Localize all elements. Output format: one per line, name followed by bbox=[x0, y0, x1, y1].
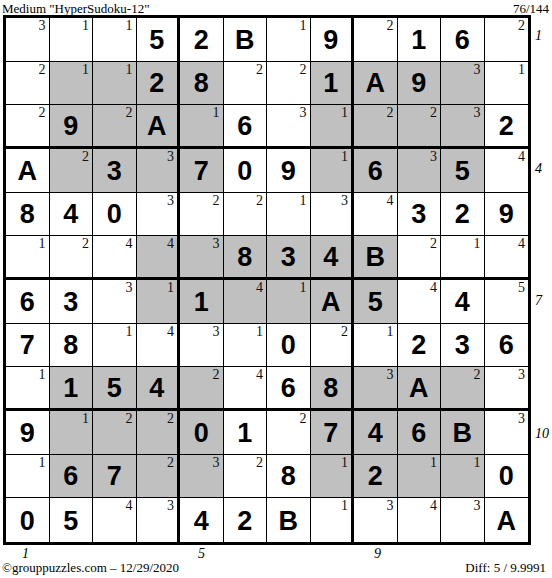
pencil-mark: 4 bbox=[167, 236, 174, 251]
given-value: A bbox=[354, 62, 397, 105]
given-value: 6 bbox=[485, 324, 529, 367]
given-value: 6 bbox=[6, 280, 49, 323]
pencil-mark: 1 bbox=[341, 105, 348, 120]
cell-r2c2[interactable]: 1 bbox=[50, 62, 94, 106]
cell-r10c3[interactable]: 2 bbox=[93, 411, 137, 455]
given-value: 9 bbox=[311, 18, 352, 61]
given-value: 8 bbox=[224, 236, 267, 277]
cell-r1c8[interactable]: 9 bbox=[311, 18, 355, 62]
pencil-mark: 1 bbox=[126, 18, 133, 33]
cell-r10c6[interactable]: 1 bbox=[224, 411, 268, 455]
cell-r6c10[interactable]: 2 bbox=[398, 236, 442, 280]
given-value: 4 bbox=[311, 236, 352, 277]
pencil-mark: 3 bbox=[167, 498, 174, 513]
pencil-mark: 3 bbox=[430, 149, 437, 164]
pencil-mark: 1 bbox=[300, 280, 307, 295]
cell-r5c5[interactable]: 2 bbox=[180, 193, 224, 237]
given-value: 4 bbox=[354, 411, 397, 454]
pencil-mark: 2 bbox=[39, 105, 46, 120]
row-label-7: 7 bbox=[535, 294, 542, 308]
cell-r1c11[interactable]: 6 bbox=[441, 18, 485, 62]
pencil-mark: 3 bbox=[213, 324, 220, 339]
cell-r7c10[interactable]: 4 bbox=[398, 280, 442, 324]
pencil-mark: 4 bbox=[518, 149, 525, 164]
cell-r6c12[interactable]: 4 bbox=[485, 236, 529, 280]
given-value: 3 bbox=[93, 149, 136, 192]
cell-r12c12[interactable]: A bbox=[485, 498, 529, 542]
cell-r7c12[interactable]: 5 bbox=[485, 280, 529, 324]
cell-r11c2[interactable]: 6 bbox=[50, 455, 94, 499]
given-value: 2 bbox=[137, 62, 178, 105]
pencil-mark: 1 bbox=[126, 324, 133, 339]
cell-r12c10[interactable]: 4 bbox=[398, 498, 442, 542]
cell-r1c4[interactable]: 5 bbox=[137, 18, 181, 62]
difficulty-text: Diff: 5 / 9.9991 bbox=[465, 560, 546, 576]
pencil-mark: 3 bbox=[474, 105, 481, 120]
cell-r9c3[interactable]: 5 bbox=[93, 367, 137, 411]
cell-r8c6[interactable]: 1 bbox=[224, 324, 268, 368]
given-value: 9 bbox=[6, 411, 49, 454]
given-value: 8 bbox=[50, 324, 93, 367]
pencil-mark: 1 bbox=[39, 367, 46, 382]
given-value: 0 bbox=[485, 455, 529, 498]
cell-r3c8[interactable]: 1 bbox=[311, 105, 355, 149]
given-value: 5 bbox=[354, 280, 397, 323]
cell-r11c8[interactable]: 1 bbox=[311, 455, 355, 499]
cell-r10c7[interactable]: 2 bbox=[267, 411, 311, 455]
cell-r10c9[interactable]: 4 bbox=[354, 411, 398, 455]
cell-r2c5[interactable]: 8 bbox=[180, 62, 224, 106]
given-value: 6 bbox=[398, 411, 441, 454]
given-value: 7 bbox=[93, 455, 136, 498]
given-value: 4 bbox=[180, 498, 223, 542]
given-value: 5 bbox=[93, 367, 136, 408]
pencil-mark: 1 bbox=[341, 455, 348, 470]
cell-r7c5[interactable]: 1 bbox=[180, 280, 224, 324]
cell-r12c5[interactable]: 4 bbox=[180, 498, 224, 542]
cell-r3c6[interactable]: 6 bbox=[224, 105, 268, 149]
cell-r2c7[interactable]: 2 bbox=[267, 62, 311, 106]
row-label-4: 4 bbox=[535, 162, 542, 176]
given-value: A bbox=[137, 105, 178, 146]
given-value: 9 bbox=[398, 62, 441, 105]
cell-r12c6[interactable]: 2 bbox=[224, 498, 268, 542]
given-value: B bbox=[354, 236, 397, 277]
given-value: 6 bbox=[267, 367, 310, 408]
row-label-1: 1 bbox=[535, 29, 542, 43]
pencil-mark: 2 bbox=[430, 105, 437, 120]
cell-r4c9[interactable]: 6 bbox=[354, 149, 398, 193]
pencil-mark: 1 bbox=[387, 324, 394, 339]
cell-r3c7[interactable]: 3 bbox=[267, 105, 311, 149]
pencil-mark: 1 bbox=[213, 105, 220, 120]
cell-r2c11[interactable]: 3 bbox=[441, 62, 485, 106]
cell-r5c4[interactable]: 3 bbox=[137, 193, 181, 237]
cell-r9c7[interactable]: 6 bbox=[267, 367, 311, 411]
row-label-10: 10 bbox=[535, 427, 549, 441]
given-value: 3 bbox=[441, 324, 484, 367]
cell-r11c12[interactable]: 0 bbox=[485, 455, 529, 499]
cell-r5c9[interactable]: 4 bbox=[354, 193, 398, 237]
cell-r5c12[interactable]: 9 bbox=[485, 193, 529, 237]
cell-r9c2[interactable]: 1 bbox=[50, 367, 94, 411]
cell-r4c3[interactable]: 3 bbox=[93, 149, 137, 193]
given-value: 2 bbox=[398, 324, 441, 367]
cell-r8c11[interactable]: 3 bbox=[441, 324, 485, 368]
pencil-mark: 4 bbox=[256, 367, 263, 382]
cell-r8c4[interactable]: 4 bbox=[137, 324, 181, 368]
cell-r8c9[interactable]: 1 bbox=[354, 324, 398, 368]
cell-r7c2[interactable]: 3 bbox=[50, 280, 94, 324]
cell-r12c2[interactable]: 5 bbox=[50, 498, 94, 542]
cell-r8c5[interactable]: 3 bbox=[180, 324, 224, 368]
cell-r1c3[interactable]: 1 bbox=[93, 18, 137, 62]
cell-r11c5[interactable]: 3 bbox=[180, 455, 224, 499]
pencil-mark: 2 bbox=[167, 455, 174, 470]
cell-r4c1[interactable]: A bbox=[6, 149, 50, 193]
cell-r3c11[interactable]: 3 bbox=[441, 105, 485, 149]
cell-r9c5[interactable]: 2 bbox=[180, 367, 224, 411]
given-value: A bbox=[311, 280, 352, 323]
pencil-mark: 3 bbox=[474, 62, 481, 77]
cell-r10c5[interactable]: 0 bbox=[180, 411, 224, 455]
cell-r8c2[interactable]: 8 bbox=[50, 324, 94, 368]
given-value: 7 bbox=[6, 324, 49, 367]
cell-r10c11[interactable]: B bbox=[441, 411, 485, 455]
pencil-mark: 1 bbox=[300, 193, 307, 208]
given-value: 0 bbox=[180, 411, 223, 454]
cell-r9c8[interactable]: 8 bbox=[311, 367, 355, 411]
cell-r2c9[interactable]: A bbox=[354, 62, 398, 106]
pencil-mark: 1 bbox=[39, 236, 46, 251]
cell-r3c9[interactable]: 2 bbox=[354, 105, 398, 149]
cell-r1c10[interactable]: 1 bbox=[398, 18, 442, 62]
given-value: 2 bbox=[485, 105, 529, 146]
cell-r3c4[interactable]: A bbox=[137, 105, 181, 149]
given-value: B bbox=[224, 18, 267, 61]
pencil-mark: 5 bbox=[518, 280, 525, 295]
cell-r10c1[interactable]: 9 bbox=[6, 411, 50, 455]
pencil-mark: 2 bbox=[256, 193, 263, 208]
cell-r10c12[interactable]: 3 bbox=[485, 411, 529, 455]
given-value: 3 bbox=[50, 280, 93, 323]
cell-r11c7[interactable]: 8 bbox=[267, 455, 311, 499]
cell-r4c4[interactable]: 3 bbox=[137, 149, 181, 193]
pencil-mark: 3 bbox=[39, 18, 46, 33]
pencil-mark: 1 bbox=[474, 455, 481, 470]
cell-r5c8[interactable]: 3 bbox=[311, 193, 355, 237]
pencil-mark: 2 bbox=[341, 324, 348, 339]
cell-r5c6[interactable]: 2 bbox=[224, 193, 268, 237]
pencil-mark: 4 bbox=[126, 236, 133, 251]
puzzle-page: Medium "HyperSudoku-12" 76/144 31152B192… bbox=[0, 0, 552, 578]
cell-r7c7[interactable]: 1 bbox=[267, 280, 311, 324]
cell-r5c1[interactable]: 8 bbox=[6, 193, 50, 237]
given-value: 1 bbox=[50, 367, 93, 408]
cell-r9c12[interactable]: 3 bbox=[485, 367, 529, 411]
pencil-mark: 2 bbox=[213, 193, 220, 208]
cell-r2c6[interactable]: 2 bbox=[224, 62, 268, 106]
pencil-mark: 2 bbox=[126, 411, 133, 426]
given-value: 8 bbox=[6, 193, 49, 236]
cell-r2c12[interactable]: 1 bbox=[485, 62, 529, 106]
cell-r9c11[interactable]: 2 bbox=[441, 367, 485, 411]
cell-r4c11[interactable]: 5 bbox=[441, 149, 485, 193]
given-value: 8 bbox=[311, 367, 352, 408]
cell-r6c8[interactable]: 4 bbox=[311, 236, 355, 280]
cell-r2c1[interactable]: 2 bbox=[6, 62, 50, 106]
given-value: 3 bbox=[398, 193, 441, 236]
cell-r2c3[interactable]: 1 bbox=[93, 62, 137, 106]
cell-r7c6[interactable]: 4 bbox=[224, 280, 268, 324]
given-value: 1 bbox=[224, 411, 267, 454]
pencil-mark: 1 bbox=[518, 62, 525, 77]
cell-r12c8[interactable]: 1 bbox=[311, 498, 355, 542]
cell-r8c1[interactable]: 7 bbox=[6, 324, 50, 368]
pencil-mark: 3 bbox=[518, 411, 525, 426]
cell-r4c7[interactable]: 9 bbox=[267, 149, 311, 193]
given-value: 0 bbox=[224, 149, 267, 192]
cell-r8c12[interactable]: 6 bbox=[485, 324, 529, 368]
pencil-mark: 2 bbox=[256, 62, 263, 77]
cell-r1c5[interactable]: 2 bbox=[180, 18, 224, 62]
cell-r1c7[interactable]: 1 bbox=[267, 18, 311, 62]
pencil-mark: 1 bbox=[167, 280, 174, 295]
pencil-mark: 2 bbox=[387, 105, 394, 120]
pencil-mark: 3 bbox=[213, 455, 220, 470]
pencil-mark: 2 bbox=[300, 411, 307, 426]
cell-r11c4[interactable]: 2 bbox=[137, 455, 181, 499]
pencil-mark: 3 bbox=[474, 498, 481, 513]
cell-r11c10[interactable]: 1 bbox=[398, 455, 442, 499]
cell-r1c2[interactable]: 1 bbox=[50, 18, 94, 62]
cell-r6c9[interactable]: B bbox=[354, 236, 398, 280]
pencil-mark: 3 bbox=[518, 367, 525, 382]
pencil-mark: 3 bbox=[387, 367, 394, 382]
pencil-mark: 2 bbox=[256, 455, 263, 470]
pencil-mark: 1 bbox=[474, 236, 481, 251]
pencil-mark: 4 bbox=[518, 236, 525, 251]
cell-r11c3[interactable]: 7 bbox=[93, 455, 137, 499]
given-value: 8 bbox=[267, 455, 310, 498]
pencil-mark: 1 bbox=[126, 62, 133, 77]
pencil-mark: 4 bbox=[430, 498, 437, 513]
pencil-mark: 1 bbox=[39, 455, 46, 470]
pencil-mark: 4 bbox=[387, 193, 394, 208]
given-value: 5 bbox=[137, 18, 178, 61]
given-value: 6 bbox=[224, 105, 267, 146]
given-value: 2 bbox=[441, 193, 484, 236]
given-value: 0 bbox=[267, 324, 310, 367]
pencil-mark: 1 bbox=[256, 324, 263, 339]
cell-r7c4[interactable]: 1 bbox=[137, 280, 181, 324]
pencil-mark: 1 bbox=[341, 498, 348, 513]
cell-r9c1[interactable]: 1 bbox=[6, 367, 50, 411]
cell-r4c10[interactable]: 3 bbox=[398, 149, 442, 193]
given-value: A bbox=[6, 149, 49, 192]
cell-r3c10[interactable]: 2 bbox=[398, 105, 442, 149]
cell-r2c10[interactable]: 9 bbox=[398, 62, 442, 106]
given-value: 1 bbox=[311, 62, 352, 105]
cell-r10c8[interactable]: 7 bbox=[311, 411, 355, 455]
given-value: 7 bbox=[311, 411, 352, 454]
cell-r6c2[interactable]: 2 bbox=[50, 236, 94, 280]
cell-r10c2[interactable]: 1 bbox=[50, 411, 94, 455]
cell-r3c3[interactable]: 2 bbox=[93, 105, 137, 149]
cell-r1c6[interactable]: B bbox=[224, 18, 268, 62]
given-value: 2 bbox=[354, 455, 397, 498]
given-value: B bbox=[441, 411, 484, 454]
pencil-mark: 3 bbox=[387, 498, 394, 513]
cell-r1c12[interactable]: 2 bbox=[485, 18, 529, 62]
cell-r4c5[interactable]: 7 bbox=[180, 149, 224, 193]
pencil-mark: 2 bbox=[82, 236, 89, 251]
given-value: 7 bbox=[180, 149, 223, 192]
cell-r12c4[interactable]: 3 bbox=[137, 498, 181, 542]
cell-r6c1[interactable]: 1 bbox=[6, 236, 50, 280]
cell-r8c8[interactable]: 2 bbox=[311, 324, 355, 368]
pencil-mark: 1 bbox=[82, 62, 89, 77]
cell-r9c6[interactable]: 4 bbox=[224, 367, 268, 411]
cell-r6c3[interactable]: 4 bbox=[93, 236, 137, 280]
cell-r1c1[interactable]: 3 bbox=[6, 18, 50, 62]
col-label-9: 9 bbox=[374, 547, 381, 561]
cell-r4c12[interactable]: 4 bbox=[485, 149, 529, 193]
pencil-mark: 1 bbox=[430, 455, 437, 470]
given-value: 9 bbox=[267, 149, 310, 192]
given-value: 9 bbox=[485, 193, 529, 236]
given-value: 2 bbox=[180, 18, 223, 61]
cell-r10c4[interactable]: 2 bbox=[137, 411, 181, 455]
cell-r11c1[interactable]: 1 bbox=[6, 455, 50, 499]
cell-r1c9[interactable]: 2 bbox=[354, 18, 398, 62]
given-value: 4 bbox=[441, 280, 484, 323]
pencil-mark: 3 bbox=[213, 236, 220, 251]
cell-r11c9[interactable]: 2 bbox=[354, 455, 398, 499]
cell-r5c7[interactable]: 1 bbox=[267, 193, 311, 237]
pencil-mark: 2 bbox=[430, 236, 437, 251]
cell-r6c4[interactable]: 4 bbox=[137, 236, 181, 280]
pencil-mark: 2 bbox=[126, 105, 133, 120]
pencil-mark: 2 bbox=[387, 18, 394, 33]
cell-r12c1[interactable]: 0 bbox=[6, 498, 50, 542]
cell-r12c11[interactable]: 3 bbox=[441, 498, 485, 542]
sudoku-board: 31152B19216221128221A931292A16312232A233… bbox=[3, 15, 531, 545]
cell-r7c8[interactable]: A bbox=[311, 280, 355, 324]
col-label-1: 1 bbox=[22, 547, 29, 561]
cell-r6c11[interactable]: 1 bbox=[441, 236, 485, 280]
cell-r8c10[interactable]: 2 bbox=[398, 324, 442, 368]
cell-r9c10[interactable]: A bbox=[398, 367, 442, 411]
pencil-mark: 3 bbox=[300, 105, 307, 120]
cell-r2c4[interactable]: 2 bbox=[137, 62, 181, 106]
given-value: 1 bbox=[398, 18, 441, 61]
pencil-mark: 1 bbox=[82, 18, 89, 33]
given-value: 6 bbox=[50, 455, 93, 498]
given-value: B bbox=[267, 498, 310, 542]
pencil-mark: 3 bbox=[126, 280, 133, 295]
col-label-5: 5 bbox=[198, 547, 205, 561]
pencil-mark: 3 bbox=[341, 193, 348, 208]
cell-r10c10[interactable]: 6 bbox=[398, 411, 442, 455]
given-value: 2 bbox=[224, 498, 267, 542]
pencil-mark: 2 bbox=[300, 62, 307, 77]
given-value: 5 bbox=[50, 498, 93, 542]
pencil-mark: 2 bbox=[167, 411, 174, 426]
pencil-mark: 2 bbox=[474, 367, 481, 382]
given-value: 3 bbox=[267, 236, 310, 277]
cell-r7c9[interactable]: 5 bbox=[354, 280, 398, 324]
cell-r12c3[interactable]: 4 bbox=[93, 498, 137, 542]
given-value: A bbox=[398, 367, 441, 408]
pencil-mark: 1 bbox=[300, 18, 307, 33]
pencil-mark: 2 bbox=[213, 367, 220, 382]
cell-r11c6[interactable]: 2 bbox=[224, 455, 268, 499]
cell-r7c3[interactable]: 3 bbox=[93, 280, 137, 324]
pencil-mark: 4 bbox=[256, 280, 263, 295]
given-value: 4 bbox=[50, 193, 93, 236]
copyright-text: ©grouppuzzles.com – 12/29/2020 bbox=[2, 560, 179, 576]
given-value: 6 bbox=[354, 149, 397, 192]
given-value: 0 bbox=[6, 498, 49, 542]
cell-r12c9[interactable]: 3 bbox=[354, 498, 398, 542]
cell-r6c7[interactable]: 3 bbox=[267, 236, 311, 280]
given-value: 0 bbox=[93, 193, 136, 236]
pencil-mark: 2 bbox=[518, 18, 525, 33]
pencil-mark: 4 bbox=[126, 498, 133, 513]
cell-r4c8[interactable]: 1 bbox=[311, 149, 355, 193]
cell-r3c12[interactable]: 2 bbox=[485, 105, 529, 149]
cell-r9c9[interactable]: 3 bbox=[354, 367, 398, 411]
cell-r3c1[interactable]: 2 bbox=[6, 105, 50, 149]
cell-r8c7[interactable]: 0 bbox=[267, 324, 311, 368]
pencil-mark: 1 bbox=[82, 411, 89, 426]
given-value: 4 bbox=[137, 367, 178, 408]
given-value: 6 bbox=[441, 18, 484, 61]
pencil-mark: 4 bbox=[167, 324, 174, 339]
cell-r6c5[interactable]: 3 bbox=[180, 236, 224, 280]
cell-r7c1[interactable]: 6 bbox=[6, 280, 50, 324]
cell-r3c5[interactable]: 1 bbox=[180, 105, 224, 149]
cell-r6c6[interactable]: 8 bbox=[224, 236, 268, 280]
pencil-mark: 3 bbox=[167, 149, 174, 164]
cell-r4c6[interactable]: 0 bbox=[224, 149, 268, 193]
pencil-mark: 1 bbox=[341, 149, 348, 164]
cell-r4c2[interactable]: 2 bbox=[50, 149, 94, 193]
cell-r5c10[interactable]: 3 bbox=[398, 193, 442, 237]
cell-r5c2[interactable]: 4 bbox=[50, 193, 94, 237]
given-value: 8 bbox=[180, 62, 223, 105]
pencil-mark: 4 bbox=[430, 280, 437, 295]
cell-r11c11[interactable]: 1 bbox=[441, 455, 485, 499]
cell-r2c8[interactable]: 1 bbox=[311, 62, 355, 106]
pencil-mark: 2 bbox=[39, 62, 46, 77]
cell-r12c7[interactable]: B bbox=[267, 498, 311, 542]
given-value: 5 bbox=[441, 149, 484, 192]
given-value: 1 bbox=[180, 280, 223, 323]
pencil-mark: 3 bbox=[167, 193, 174, 208]
cell-r9c4[interactable]: 4 bbox=[137, 367, 181, 411]
cell-r5c11[interactable]: 2 bbox=[441, 193, 485, 237]
cell-r7c11[interactable]: 4 bbox=[441, 280, 485, 324]
cell-r8c3[interactable]: 1 bbox=[93, 324, 137, 368]
cell-r3c2[interactable]: 9 bbox=[50, 105, 94, 149]
cell-r5c3[interactable]: 0 bbox=[93, 193, 137, 237]
pencil-mark: 2 bbox=[82, 149, 89, 164]
given-value: 9 bbox=[50, 105, 93, 146]
given-value: A bbox=[485, 498, 529, 542]
